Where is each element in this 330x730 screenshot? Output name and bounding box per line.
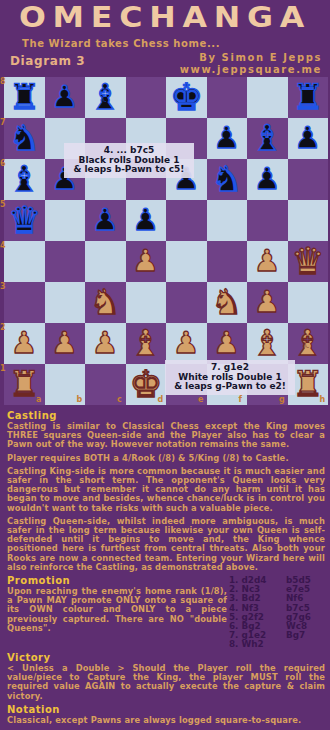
square-f5 <box>207 200 248 241</box>
victory-heading: Victory <box>7 652 325 663</box>
square-a2: ♟ <box>4 323 45 364</box>
rank-label-4: 4 <box>0 242 6 250</box>
piece-white-knight: ♞ <box>85 282 126 323</box>
move-row: 8. Wh2 <box>229 640 325 649</box>
rank-label-2: 2 <box>0 324 6 332</box>
square-f2: ♟ <box>207 323 248 364</box>
square-b4 <box>45 241 86 282</box>
promotion-paragraph: Upon reaching the enemy's home rank (1/8… <box>7 587 227 633</box>
castling-paragraph: Castling Queen-side, whilst indeed more … <box>7 517 325 572</box>
square-e5 <box>166 200 207 241</box>
square-e4 <box>166 241 207 282</box>
piece-black-wizard: ♝☾ <box>85 77 126 118</box>
square-c8: ♝☾ <box>85 77 126 118</box>
app-title: OMECHANGA <box>0 2 330 34</box>
square-b5 <box>45 200 86 241</box>
piece-black-king: ♚ <box>166 77 207 118</box>
piece-black-knight: ♞ <box>4 118 45 159</box>
square-d5: ♟ <box>126 200 167 241</box>
crescent-moon-icon: ☾ <box>100 93 110 104</box>
piece-white-bishop: ♝ <box>126 323 167 364</box>
square-f4 <box>207 241 248 282</box>
square-f7: ♟ <box>207 118 248 159</box>
piece-black-rook: ♜ <box>288 77 329 118</box>
annotation-line: & leaps g-Pawn to e2! <box>168 382 292 392</box>
piece-black-pawn: ♟ <box>288 118 329 159</box>
piece-black-queen: ♛ <box>4 200 45 241</box>
page: OMECHANGA The Wizard takes Chess home...… <box>0 2 330 725</box>
piece-white-pawn: ♟ <box>126 241 167 282</box>
promotion-heading: Promotion <box>7 575 227 586</box>
castling-paragraphs: Castling is similar to Classical Chess e… <box>7 422 325 572</box>
section-victory: Victory < Unless a Double > Should the P… <box>7 652 325 701</box>
promotion-paragraphs: Upon reaching the enemy's home rank (1/8… <box>7 587 227 633</box>
square-h7: ♟ <box>288 118 329 159</box>
rank-label-6: 6 <box>0 160 6 168</box>
file-label-d: d <box>158 396 164 404</box>
square-c3: ♞ <box>85 282 126 323</box>
section-castling: Castling Castling is similar to Classica… <box>7 410 325 572</box>
piece-black-pawn: ♟ <box>126 200 167 241</box>
promotion-and-movelist-row: Promotion Upon reaching the enemy's home… <box>7 575 325 649</box>
square-g6: ♟ <box>247 159 288 200</box>
square-f3: ♞ <box>207 282 248 323</box>
file-label-h: h <box>320 396 326 404</box>
file-label-a: a <box>36 396 41 404</box>
header: OMECHANGA The Wizard takes Chess home...… <box>0 2 330 68</box>
square-d8 <box>126 77 167 118</box>
victory-paragraph: < Unless a Double > Should the Player ro… <box>7 664 325 701</box>
white-move: 8. Wh2 <box>229 640 286 649</box>
rank-label-1: 1 <box>0 365 6 373</box>
square-c2: ♟ <box>85 323 126 364</box>
square-g3: ♟ <box>247 282 288 323</box>
piece-black-bishop: ♝ <box>4 159 45 200</box>
square-b3 <box>45 282 86 323</box>
notation-paragraphs: Classical, except Pawns are always logge… <box>7 716 325 725</box>
file-label-c: c <box>117 396 122 404</box>
piece-white-pawn: ♟ <box>207 323 248 364</box>
victory-paragraphs: < Unless a Double > Should the Player ro… <box>7 664 325 701</box>
square-c5: ♟ <box>85 200 126 241</box>
square-d2: ♝ <box>126 323 167 364</box>
square-h6 <box>288 159 329 200</box>
castling-paragraph: Castling is similar to Classical Chess e… <box>7 422 325 450</box>
annotation-line: & leaps b-Pawn to c5! <box>67 165 191 175</box>
move-list: 1. d2d4b5d52. Nc3e7e53. Bd2Nf64. Nf3b7c5… <box>229 576 325 650</box>
notation-heading: Notation <box>7 704 325 715</box>
file-label-g: g <box>279 396 285 404</box>
rank-label-5: 5 <box>0 201 6 209</box>
piece-black-pawn: ♟ <box>45 77 86 118</box>
square-h8: ♜ <box>288 77 329 118</box>
square-h5 <box>288 200 329 241</box>
board: ♜♟♝☾♚♜♞♟♝♟♝♟♟♞♟♛♟♟♟♟♛♞♞♟♟♟♟♝♟♟♝♝☾♜♚♜ <box>4 77 328 405</box>
square-d3 <box>126 282 167 323</box>
square-a6: ♝ <box>4 159 45 200</box>
square-e8: ♚ <box>166 77 207 118</box>
piece-white-bishop: ♝ <box>247 323 288 364</box>
black-move: Bg7 <box>286 631 325 640</box>
piece-white-pawn: ♟ <box>4 323 45 364</box>
square-f6: ♞ <box>207 159 248 200</box>
piece-white-pawn: ♟ <box>45 323 86 364</box>
section-promotion: Promotion Upon reaching the enemy's home… <box>7 575 227 633</box>
square-a8: ♜ <box>4 77 45 118</box>
square-c4 <box>85 241 126 282</box>
square-b8: ♟ <box>45 77 86 118</box>
rules-content: Castling Castling is similar to Classica… <box>0 405 330 725</box>
piece-black-rook: ♜ <box>4 77 45 118</box>
square-g2: ♝ <box>247 323 288 364</box>
piece-black-pawn: ♟ <box>85 200 126 241</box>
tagline: The Wizard takes Chess home... <box>22 38 330 49</box>
castling-paragraph: Castling King-side is more common becaus… <box>7 467 325 513</box>
square-h4: ♛ <box>288 241 329 282</box>
piece-white-knight: ♞ <box>207 282 248 323</box>
square-g5 <box>247 200 288 241</box>
square-b2: ♟ <box>45 323 86 364</box>
crescent-moon-icon: ☾ <box>303 339 313 350</box>
piece-black-pawn: ♟ <box>247 159 288 200</box>
annotation-black-move: 4. ... b7c5 Black rolls Double 1 & leaps… <box>64 143 194 178</box>
square-a7: ♞ <box>4 118 45 159</box>
square-g8 <box>247 77 288 118</box>
section-notation: Notation Classical, except Pawns are alw… <box>7 704 325 725</box>
piece-white-pawn: ♟ <box>247 282 288 323</box>
board-section: ♜♟♝☾♚♜♞♟♝♟♝♟♟♞♟♛♟♟♟♟♛♞♞♟♟♟♟♝♟♟♝♝☾♜♚♜ 4. … <box>4 77 328 405</box>
rank-label-8: 8 <box>0 78 6 86</box>
square-e3 <box>166 282 207 323</box>
square-a4 <box>4 241 45 282</box>
square-g4: ♟ <box>247 241 288 282</box>
piece-black-pawn: ♟ <box>207 118 248 159</box>
piece-white-queen: ♛ <box>288 241 329 282</box>
black-move <box>286 640 325 649</box>
piece-white-pawn: ♟ <box>85 323 126 364</box>
piece-black-bishop: ♝ <box>247 118 288 159</box>
square-a5: ♛ <box>4 200 45 241</box>
rank-label-3: 3 <box>0 283 6 291</box>
castling-heading: Castling <box>7 410 325 421</box>
rank-label-7: 7 <box>0 119 6 127</box>
castling-paragraph: Player requires BOTH a 4/Rook (/8) & 5/K… <box>7 454 325 463</box>
square-d4: ♟ <box>126 241 167 282</box>
square-g7: ♝ <box>247 118 288 159</box>
square-a3 <box>4 282 45 323</box>
file-label-f: f <box>239 396 242 404</box>
annotation-white-move: 7. g1e2 White rolls Double 1 & leaps g-P… <box>165 360 295 395</box>
file-label-e: e <box>198 396 203 404</box>
notation-paragraph: Classical, except Pawns are always logge… <box>7 716 325 725</box>
piece-white-pawn: ♟ <box>166 323 207 364</box>
file-label-b: b <box>77 396 83 404</box>
piece-white-pawn: ♟ <box>247 241 288 282</box>
piece-white-wizard: ♝☾ <box>288 323 329 364</box>
square-h3 <box>288 282 329 323</box>
square-f8 <box>207 77 248 118</box>
square-e2: ♟ <box>166 323 207 364</box>
piece-black-knight: ♞ <box>207 159 248 200</box>
square-h2: ♝☾ <box>288 323 329 364</box>
